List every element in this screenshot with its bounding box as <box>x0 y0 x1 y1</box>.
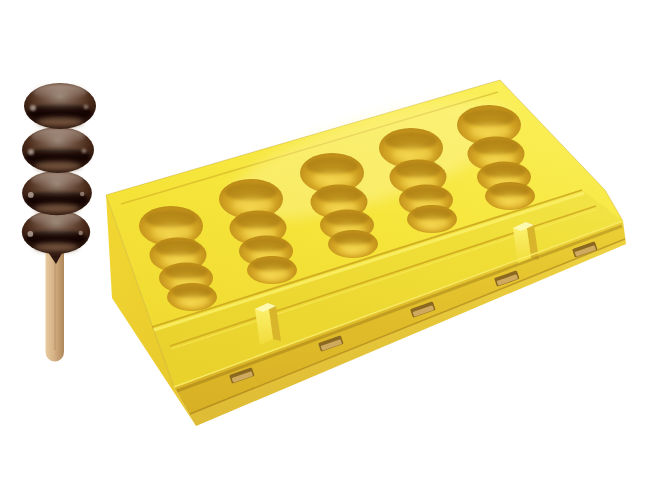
pop-sphere-3 <box>22 171 92 216</box>
pop-sphere-4 <box>22 210 90 254</box>
pop-sphere-1 <box>24 83 96 129</box>
pop-sphere-2 <box>22 127 94 173</box>
pop-stick <box>46 247 65 362</box>
product-illustration <box>0 0 650 487</box>
product-photo <box>0 0 650 487</box>
chocolate-pop <box>22 83 96 362</box>
mould <box>106 76 626 426</box>
